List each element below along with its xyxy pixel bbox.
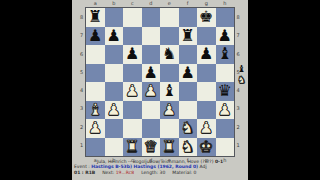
square-f7[interactable]: ♜ bbox=[179, 27, 198, 46]
current-move: 01 : R1B bbox=[74, 170, 95, 175]
rank-labels-left: 87654321 bbox=[79, 8, 84, 154]
square-c5[interactable] bbox=[123, 64, 142, 83]
square-b8[interactable] bbox=[105, 8, 124, 27]
piece-white-pawn: ♟ bbox=[218, 102, 232, 118]
next-value: 19...Rc8 bbox=[116, 170, 134, 175]
square-f2[interactable]: ♞ bbox=[179, 119, 198, 138]
event-suffix: Adj bbox=[200, 164, 207, 169]
result-text: 0-1 bbox=[215, 159, 223, 164]
material-tray: ♝♞ bbox=[236, 64, 248, 85]
piece-black-queen: ♛ bbox=[218, 83, 232, 99]
square-f8[interactable] bbox=[179, 8, 198, 27]
material-balance: Material: 0 bbox=[172, 170, 196, 175]
game-info-panel: Jula, Heinrich -- Bogoljubow/Teichmann, … bbox=[74, 159, 246, 175]
piece-black-king: ♚ bbox=[199, 9, 213, 25]
tray-white-knight-icon: ♞ bbox=[237, 75, 246, 85]
square-e8[interactable] bbox=[160, 8, 179, 27]
piece-white-pawn: ♟ bbox=[144, 83, 158, 99]
square-e7[interactable] bbox=[160, 27, 179, 46]
square-b5[interactable] bbox=[105, 64, 124, 83]
event-label: Event : bbox=[74, 164, 90, 169]
square-h5[interactable] bbox=[216, 64, 235, 83]
file-label-c: c bbox=[123, 1, 142, 6]
piece-white-pawn: ♟ bbox=[199, 120, 213, 136]
square-a2[interactable]: ♟ bbox=[86, 119, 105, 138]
piece-black-rook: ♜ bbox=[181, 28, 195, 44]
piece-black-knight: ♞ bbox=[162, 46, 176, 62]
piece-white-pawn: ♟ bbox=[162, 102, 176, 118]
rank-label-3: 3 bbox=[236, 99, 241, 117]
square-g6[interactable]: ♟ bbox=[197, 45, 216, 64]
square-b4[interactable] bbox=[105, 82, 124, 101]
rank-label-6: 6 bbox=[236, 45, 241, 63]
piece-black-pawn: ♟ bbox=[107, 28, 121, 44]
square-c7[interactable] bbox=[123, 27, 142, 46]
square-b1[interactable] bbox=[105, 138, 124, 157]
square-c6[interactable]: ♟ bbox=[123, 45, 142, 64]
square-f5[interactable]: ♟ bbox=[179, 64, 198, 83]
rank-label-2: 2 bbox=[236, 118, 241, 136]
square-f3[interactable] bbox=[179, 101, 198, 120]
rank-label-8: 8 bbox=[236, 8, 241, 26]
chess-gui: abcdefgh 87654321 ♜♚♟♟♜♟♟♞♟♝♟♟♟♟♝♛♝♟♟♟♟♞… bbox=[72, 0, 248, 180]
letterbox-left bbox=[0, 0, 72, 180]
square-d7[interactable] bbox=[142, 27, 161, 46]
rank-label-8: 8 bbox=[79, 8, 84, 26]
square-h6[interactable]: ♝ bbox=[216, 45, 235, 64]
file-label-f: f bbox=[179, 1, 198, 6]
square-a7[interactable]: ♟ bbox=[86, 27, 105, 46]
piece-black-bishop: ♝ bbox=[218, 46, 232, 62]
file-label-g: g bbox=[197, 1, 216, 6]
square-f1[interactable]: ♞ bbox=[179, 138, 198, 157]
square-g2[interactable]: ♟ bbox=[197, 119, 216, 138]
rank-label-2: 2 bbox=[79, 118, 84, 136]
square-c8[interactable] bbox=[123, 8, 142, 27]
square-g5[interactable] bbox=[197, 64, 216, 83]
square-g7[interactable] bbox=[197, 27, 216, 46]
square-b6[interactable] bbox=[105, 45, 124, 64]
file-labels-top: abcdefgh bbox=[86, 1, 234, 6]
file-label-a: a bbox=[86, 1, 105, 6]
square-d2[interactable] bbox=[142, 119, 161, 138]
rank-label-7: 7 bbox=[236, 26, 241, 44]
rank-label-1: 1 bbox=[236, 136, 241, 154]
square-d6[interactable] bbox=[142, 45, 161, 64]
square-d1[interactable]: ♛ bbox=[142, 138, 161, 157]
square-g8[interactable]: ♚ bbox=[197, 8, 216, 27]
square-b7[interactable]: ♟ bbox=[105, 27, 124, 46]
file-label-e: e bbox=[160, 1, 179, 6]
file-label-b: b bbox=[105, 1, 124, 6]
square-d8[interactable] bbox=[142, 8, 161, 27]
piece-black-pawn: ♟ bbox=[144, 65, 158, 81]
players-text: Jula, Heinrich -- Bogoljubow/Teichmann, … bbox=[97, 159, 214, 164]
piece-white-rook: ♜ bbox=[162, 139, 176, 155]
square-b3[interactable]: ♟ bbox=[105, 101, 124, 120]
square-b2[interactable] bbox=[105, 119, 124, 138]
piece-white-pawn: ♟ bbox=[107, 102, 121, 118]
square-e3[interactable]: ♟ bbox=[160, 101, 179, 120]
square-c4[interactable]: ♟ bbox=[123, 82, 142, 101]
square-d4[interactable]: ♟ bbox=[142, 82, 161, 101]
rank-label-7: 7 bbox=[79, 26, 84, 44]
piece-black-pawn: ♟ bbox=[125, 46, 139, 62]
rank-label-1: 1 bbox=[79, 136, 84, 154]
next-label: Next: bbox=[102, 170, 114, 175]
square-g1[interactable]: ♚ bbox=[197, 138, 216, 157]
letterbox-right bbox=[248, 0, 320, 180]
piece-white-pawn: ♟ bbox=[88, 120, 102, 136]
square-h7[interactable]: ♟ bbox=[216, 27, 235, 46]
next-move: Next: 19...Rc8 bbox=[102, 170, 134, 175]
rank-label-6: 6 bbox=[79, 45, 84, 63]
square-c2[interactable] bbox=[123, 119, 142, 138]
piece-white-knight: ♞ bbox=[181, 120, 195, 136]
file-label-d: d bbox=[142, 1, 161, 6]
square-g3[interactable] bbox=[197, 101, 216, 120]
square-h4[interactable]: ♛ bbox=[216, 82, 235, 101]
piece-white-knight: ♞ bbox=[181, 139, 195, 155]
square-f4[interactable] bbox=[179, 82, 198, 101]
square-h3[interactable]: ♟ bbox=[216, 101, 235, 120]
rank-label-5: 5 bbox=[79, 63, 84, 81]
piece-white-queen: ♛ bbox=[144, 139, 158, 155]
event-link[interactable]: Hastings B-53b) Hastings (1962, Round 0) bbox=[91, 164, 198, 169]
game-title: Jula, Heinrich -- Bogoljubow/Teichmann, … bbox=[74, 159, 246, 164]
piece-black-pawn: ♟ bbox=[181, 65, 195, 81]
square-a6[interactable] bbox=[86, 45, 105, 64]
piece-black-pawn: ♟ bbox=[88, 28, 102, 44]
square-a4[interactable] bbox=[86, 82, 105, 101]
square-g4[interactable] bbox=[197, 82, 216, 101]
square-h2[interactable] bbox=[216, 119, 235, 138]
square-c1[interactable]: ♜ bbox=[123, 138, 142, 157]
square-e5[interactable] bbox=[160, 64, 179, 83]
piece-black-pawn: ♟ bbox=[218, 28, 232, 44]
piece-white-king: ♚ bbox=[199, 139, 213, 155]
square-d3[interactable] bbox=[142, 101, 161, 120]
piece-black-rook: ♜ bbox=[88, 9, 102, 25]
square-a8[interactable]: ♜ bbox=[86, 8, 105, 27]
status-line: 01 : R1B Next: 19...Rc8 Length: 30 Mater… bbox=[74, 170, 246, 175]
square-c3[interactable] bbox=[123, 101, 142, 120]
square-a1[interactable] bbox=[86, 138, 105, 157]
square-e6[interactable]: ♞ bbox=[160, 45, 179, 64]
tray-black-bishop-icon: ♝ bbox=[237, 64, 246, 74]
square-h8[interactable] bbox=[216, 8, 235, 27]
rank-label-3: 3 bbox=[79, 99, 84, 117]
square-e2[interactable] bbox=[160, 119, 179, 138]
square-e4[interactable]: ♝ bbox=[160, 82, 179, 101]
square-h1[interactable] bbox=[216, 138, 235, 157]
piece-white-rook: ♜ bbox=[125, 139, 139, 155]
rank-label-4: 4 bbox=[79, 81, 84, 99]
square-a5[interactable] bbox=[86, 64, 105, 83]
piece-white-bishop: ♝ bbox=[88, 102, 102, 118]
game-length: Length: 30 bbox=[141, 170, 165, 175]
square-e1[interactable]: ♜ bbox=[160, 138, 179, 157]
square-d5[interactable]: ♟ bbox=[142, 64, 161, 83]
square-f6[interactable] bbox=[179, 45, 198, 64]
event-line: Event : Hastings B-53b) Hastings (1962, … bbox=[74, 164, 246, 169]
piece-white-pawn: ♟ bbox=[125, 83, 139, 99]
piece-black-bishop: ♝ bbox=[162, 83, 176, 99]
chess-board: ♜♚♟♟♜♟♟♞♟♝♟♟♟♟♝♛♝♟♟♟♟♞♟♜♛♜♞♚ bbox=[85, 7, 235, 157]
file-label-h: h bbox=[216, 1, 235, 6]
piece-black-pawn: ♟ bbox=[199, 46, 213, 62]
square-a3[interactable]: ♝ bbox=[86, 101, 105, 120]
